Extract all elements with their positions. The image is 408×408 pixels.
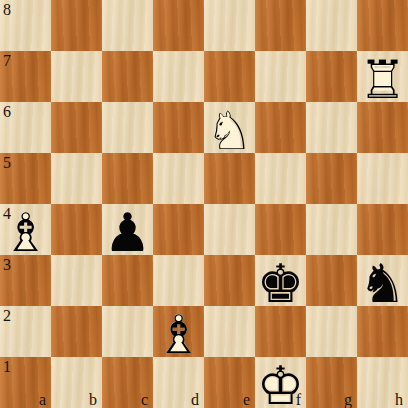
square-d2[interactable]: ♝♗ [153, 306, 204, 357]
file-label-f: f [296, 392, 301, 407]
file-label-e: e [243, 392, 250, 407]
square-g8[interactable] [306, 0, 357, 51]
square-c3[interactable] [102, 255, 153, 306]
square-e4[interactable] [204, 204, 255, 255]
square-b7[interactable] [51, 51, 102, 102]
piece-black-pawn-c4[interactable]: ♟ [102, 204, 153, 255]
square-f1[interactable]: ♚♔f [255, 357, 306, 408]
piece-black-king-f3[interactable]: ♚ [255, 255, 306, 306]
square-f4[interactable] [255, 204, 306, 255]
square-b6[interactable] [51, 102, 102, 153]
square-a8[interactable]: 8 [0, 0, 51, 51]
square-e6[interactable]: ♞♘ [204, 102, 255, 153]
square-f3[interactable]: ♚ [255, 255, 306, 306]
square-b3[interactable] [51, 255, 102, 306]
square-d1[interactable]: d [153, 357, 204, 408]
file-label-g: g [344, 392, 352, 407]
rank-label-2: 2 [3, 306, 11, 325]
rank-label-3: 3 [3, 255, 11, 274]
square-a6[interactable]: 6 [0, 102, 51, 153]
square-g7[interactable] [306, 51, 357, 102]
square-h8[interactable] [357, 0, 408, 51]
rank-label-7: 7 [3, 51, 11, 70]
piece-black-knight-h3[interactable]: ♞ [357, 255, 408, 306]
square-h1[interactable]: h [357, 357, 408, 408]
square-c4[interactable]: ♟ [102, 204, 153, 255]
square-g6[interactable] [306, 102, 357, 153]
square-b1[interactable]: b [51, 357, 102, 408]
square-e7[interactable] [204, 51, 255, 102]
square-g4[interactable] [306, 204, 357, 255]
square-a3[interactable]: 3 [0, 255, 51, 306]
square-f8[interactable] [255, 0, 306, 51]
square-c2[interactable] [102, 306, 153, 357]
square-d8[interactable] [153, 0, 204, 51]
file-label-a: a [39, 392, 46, 407]
rank-label-4: 4 [3, 204, 11, 223]
square-c7[interactable] [102, 51, 153, 102]
square-h7[interactable]: ♜♖ [357, 51, 408, 102]
square-c5[interactable] [102, 153, 153, 204]
square-d3[interactable] [153, 255, 204, 306]
square-g5[interactable] [306, 153, 357, 204]
square-h5[interactable] [357, 153, 408, 204]
square-d4[interactable] [153, 204, 204, 255]
square-g3[interactable] [306, 255, 357, 306]
square-c6[interactable] [102, 102, 153, 153]
file-label-d: d [191, 392, 199, 407]
square-e2[interactable] [204, 306, 255, 357]
square-h4[interactable] [357, 204, 408, 255]
rank-label-1: 1 [3, 357, 11, 376]
square-f5[interactable] [255, 153, 306, 204]
square-f2[interactable] [255, 306, 306, 357]
square-a5[interactable]: 5 [0, 153, 51, 204]
square-g1[interactable]: g [306, 357, 357, 408]
square-b2[interactable] [51, 306, 102, 357]
square-g2[interactable] [306, 306, 357, 357]
square-c8[interactable] [102, 0, 153, 51]
square-a7[interactable]: 7 [0, 51, 51, 102]
file-label-c: c [141, 392, 148, 407]
square-e1[interactable]: e [204, 357, 255, 408]
chess-board: 87♜♖6♞♘5♝♗4♟3♚♞2♝♗1abcde♚♔fgh [0, 0, 408, 408]
piece-glyph-fill: ♟ [102, 207, 153, 258]
piece-white-rook-h7[interactable]: ♜♖ [357, 51, 408, 102]
piece-glyph-fill: ♚ [255, 258, 306, 309]
square-h6[interactable] [357, 102, 408, 153]
square-b4[interactable] [51, 204, 102, 255]
square-h3[interactable]: ♞ [357, 255, 408, 306]
square-e3[interactable] [204, 255, 255, 306]
piece-glyph-fill: ♞ [357, 258, 408, 309]
square-d5[interactable] [153, 153, 204, 204]
piece-white-knight-e6[interactable]: ♞♘ [204, 102, 255, 153]
rank-label-6: 6 [3, 102, 11, 121]
rank-label-5: 5 [3, 153, 11, 172]
square-f7[interactable] [255, 51, 306, 102]
piece-glyph-outline: ♖ [357, 54, 408, 105]
square-e8[interactable] [204, 0, 255, 51]
square-h2[interactable] [357, 306, 408, 357]
square-a2[interactable]: 2 [0, 306, 51, 357]
square-b8[interactable] [51, 0, 102, 51]
square-f6[interactable] [255, 102, 306, 153]
square-b5[interactable] [51, 153, 102, 204]
piece-glyph-outline: ♘ [204, 105, 255, 156]
file-label-h: h [395, 392, 403, 407]
square-c1[interactable]: c [102, 357, 153, 408]
square-a1[interactable]: 1a [0, 357, 51, 408]
rank-label-8: 8 [3, 0, 11, 19]
file-label-b: b [89, 392, 97, 407]
square-d7[interactable] [153, 51, 204, 102]
square-e5[interactable] [204, 153, 255, 204]
square-a4[interactable]: ♝♗4 [0, 204, 51, 255]
square-d6[interactable] [153, 102, 204, 153]
piece-white-bishop-d2[interactable]: ♝♗ [153, 306, 204, 357]
piece-glyph-outline: ♗ [153, 309, 204, 360]
